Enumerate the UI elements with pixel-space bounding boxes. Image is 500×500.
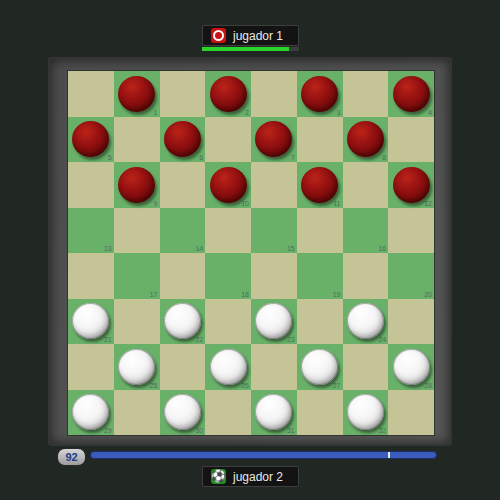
- slider[interactable]: [90, 451, 437, 459]
- square-24[interactable]: 24: [343, 299, 389, 345]
- red-piece[interactable]: [210, 167, 247, 203]
- light-square: [297, 117, 343, 163]
- square-number: 5: [108, 154, 112, 161]
- light-square: [68, 253, 114, 299]
- red-piece[interactable]: [118, 76, 155, 112]
- square-number: 9: [154, 200, 158, 207]
- square-16[interactable]: 16: [343, 208, 389, 254]
- square-21[interactable]: 21: [68, 299, 114, 345]
- square-number: 28: [424, 382, 432, 389]
- square-number: 6: [199, 154, 203, 161]
- square-3[interactable]: 3: [297, 71, 343, 117]
- square-20[interactable]: 20: [388, 253, 434, 299]
- white-piece[interactable]: [164, 394, 201, 430]
- square-number: 23: [287, 336, 295, 343]
- square-14[interactable]: 14: [160, 208, 206, 254]
- white-piece[interactable]: [393, 349, 430, 385]
- square-number: 21: [104, 336, 112, 343]
- square-9[interactable]: 9: [114, 162, 160, 208]
- square-number: 32: [378, 427, 386, 434]
- square-number: 29: [104, 427, 112, 434]
- square-number: 10: [241, 200, 249, 207]
- light-square: [68, 162, 114, 208]
- light-square: [251, 71, 297, 117]
- square-number: 1: [154, 109, 158, 116]
- light-square: [343, 344, 389, 390]
- light-square: [160, 253, 206, 299]
- square-8[interactable]: 8: [343, 117, 389, 163]
- white-piece[interactable]: [347, 394, 384, 430]
- red-piece[interactable]: [393, 167, 430, 203]
- light-square: [343, 71, 389, 117]
- square-number: 15: [287, 245, 295, 252]
- light-square: [297, 208, 343, 254]
- light-square: [388, 208, 434, 254]
- light-square: [297, 390, 343, 436]
- square-6[interactable]: 6: [160, 117, 206, 163]
- square-number: 4: [428, 109, 432, 116]
- light-square: [297, 299, 343, 345]
- red-piece[interactable]: [301, 167, 338, 203]
- square-number: 2: [245, 109, 249, 116]
- square-number: 18: [241, 291, 249, 298]
- square-4[interactable]: 4: [388, 71, 434, 117]
- light-square: [160, 71, 206, 117]
- red-piece[interactable]: [72, 121, 109, 157]
- white-piece[interactable]: [210, 349, 247, 385]
- light-square: [68, 71, 114, 117]
- player1-label: jugador 1: [233, 29, 283, 43]
- square-number: 24: [378, 336, 386, 343]
- player2-panel: ⚽ jugador 2: [202, 466, 299, 487]
- square-12[interactable]: 12: [388, 162, 434, 208]
- light-square: [68, 344, 114, 390]
- player1-health-bar: [202, 47, 299, 51]
- light-square: [205, 117, 251, 163]
- square-number: 13: [104, 245, 112, 252]
- square-7[interactable]: 7: [251, 117, 297, 163]
- square-number: 19: [333, 291, 341, 298]
- square-30[interactable]: 30: [160, 390, 206, 436]
- player1-health-fill: [202, 47, 289, 51]
- square-18[interactable]: 18: [205, 253, 251, 299]
- board-frame: 1234567891011121314151617181920212223242…: [48, 57, 452, 446]
- light-square: [205, 390, 251, 436]
- red-piece[interactable]: [210, 76, 247, 112]
- square-22[interactable]: 22: [160, 299, 206, 345]
- square-26[interactable]: 26: [205, 344, 251, 390]
- light-square: [251, 253, 297, 299]
- light-square: [251, 344, 297, 390]
- soccer-ball-icon: ⚽: [211, 469, 226, 484]
- light-square: [114, 208, 160, 254]
- red-piece[interactable]: [393, 76, 430, 112]
- board-grid: 1234567891011121314151617181920212223242…: [67, 70, 435, 436]
- square-32[interactable]: 32: [343, 390, 389, 436]
- light-square: [388, 390, 434, 436]
- square-10[interactable]: 10: [205, 162, 251, 208]
- square-29[interactable]: 29: [68, 390, 114, 436]
- square-17[interactable]: 17: [114, 253, 160, 299]
- square-number: 8: [382, 154, 386, 161]
- light-square: [343, 162, 389, 208]
- white-piece[interactable]: [164, 303, 201, 339]
- light-square: [114, 390, 160, 436]
- square-23[interactable]: 23: [251, 299, 297, 345]
- square-number: 17: [150, 291, 158, 298]
- light-square: [205, 299, 251, 345]
- light-square: [160, 344, 206, 390]
- light-square: [114, 299, 160, 345]
- red-piece[interactable]: [301, 76, 338, 112]
- square-25[interactable]: 25: [114, 344, 160, 390]
- square-number: 7: [291, 154, 295, 161]
- white-piece[interactable]: [301, 349, 338, 385]
- square-number: 30: [195, 427, 203, 434]
- square-11[interactable]: 11: [297, 162, 343, 208]
- light-square: [205, 208, 251, 254]
- square-1[interactable]: 1: [114, 71, 160, 117]
- square-number: 27: [333, 382, 341, 389]
- record-icon: [211, 28, 226, 43]
- record-icon-ring: [213, 30, 224, 41]
- square-15[interactable]: 15: [251, 208, 297, 254]
- player2-box: ⚽ jugador 2: [202, 466, 299, 487]
- square-number: 20: [424, 291, 432, 298]
- white-piece[interactable]: [72, 394, 109, 430]
- square-number: 12: [424, 200, 432, 207]
- square-number: 16: [378, 245, 386, 252]
- square-2[interactable]: 2: [205, 71, 251, 117]
- square-5[interactable]: 5: [68, 117, 114, 163]
- player1-box: jugador 1: [202, 25, 299, 46]
- white-piece[interactable]: [347, 303, 384, 339]
- square-number: 31: [287, 427, 295, 434]
- square-number: 22: [195, 336, 203, 343]
- light-square: [343, 253, 389, 299]
- light-square: [114, 117, 160, 163]
- red-piece[interactable]: [118, 167, 155, 203]
- light-square: [251, 162, 297, 208]
- square-number: 11: [333, 200, 340, 207]
- player1-panel: jugador 1: [202, 25, 299, 51]
- red-piece[interactable]: [347, 121, 384, 157]
- player2-label: jugador 2: [233, 470, 283, 484]
- light-square: [388, 117, 434, 163]
- square-27[interactable]: 27: [297, 344, 343, 390]
- white-piece[interactable]: [72, 303, 109, 339]
- light-square: [160, 162, 206, 208]
- red-piece[interactable]: [164, 121, 201, 157]
- score-badge: 92: [57, 448, 86, 466]
- light-square: [388, 299, 434, 345]
- white-piece[interactable]: [255, 394, 292, 430]
- square-number: 3: [337, 109, 341, 116]
- square-number: 26: [241, 382, 249, 389]
- slider-tick: [388, 452, 390, 458]
- white-piece[interactable]: [255, 303, 292, 339]
- square-31[interactable]: 31: [251, 390, 297, 436]
- white-piece[interactable]: [118, 349, 155, 385]
- red-piece[interactable]: [255, 121, 292, 157]
- square-13[interactable]: 13: [68, 208, 114, 254]
- square-number: 14: [195, 245, 203, 252]
- square-19[interactable]: 19: [297, 253, 343, 299]
- square-number: 25: [150, 382, 158, 389]
- square-28[interactable]: 28: [388, 344, 434, 390]
